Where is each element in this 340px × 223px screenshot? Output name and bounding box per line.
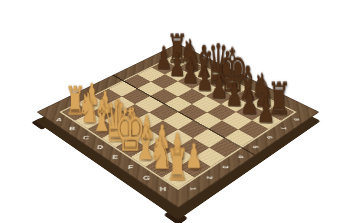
product-photo: ABCDEFGH 12345678 ♜♞♝♛♚♝♞♜♟♟♟♟♟♟♟♟♟♟♟♟♟♟… [0,0,340,223]
rank-label-8: 8 [285,115,309,124]
board-grid: ♜♞♝♛♚♝♞♜♟♟♟♟♟♟♟♟♟♟♟♟♟♟♟♟♜♞♝♛♚♝♞♜ [62,54,294,188]
chess-board: ABCDEFGH 12345678 ♜♞♝♛♚♝♞♜♟♟♟♟♟♟♟♟♟♟♟♟♟♟… [37,44,320,208]
playing-area: ♜♞♝♛♚♝♞♜♟♟♟♟♟♟♟♟♟♟♟♟♟♟♟♟♜♞♝♛♚♝♞♜ [59,53,297,190]
square-d5 [164,96,193,112]
piece-white-rook: ♜ [166,143,189,188]
board-frame: ABCDEFGH 12345678 ♜♞♝♛♚♝♞♜♟♟♟♟♟♟♟♟♟♟♟♟♟♟… [37,44,320,208]
